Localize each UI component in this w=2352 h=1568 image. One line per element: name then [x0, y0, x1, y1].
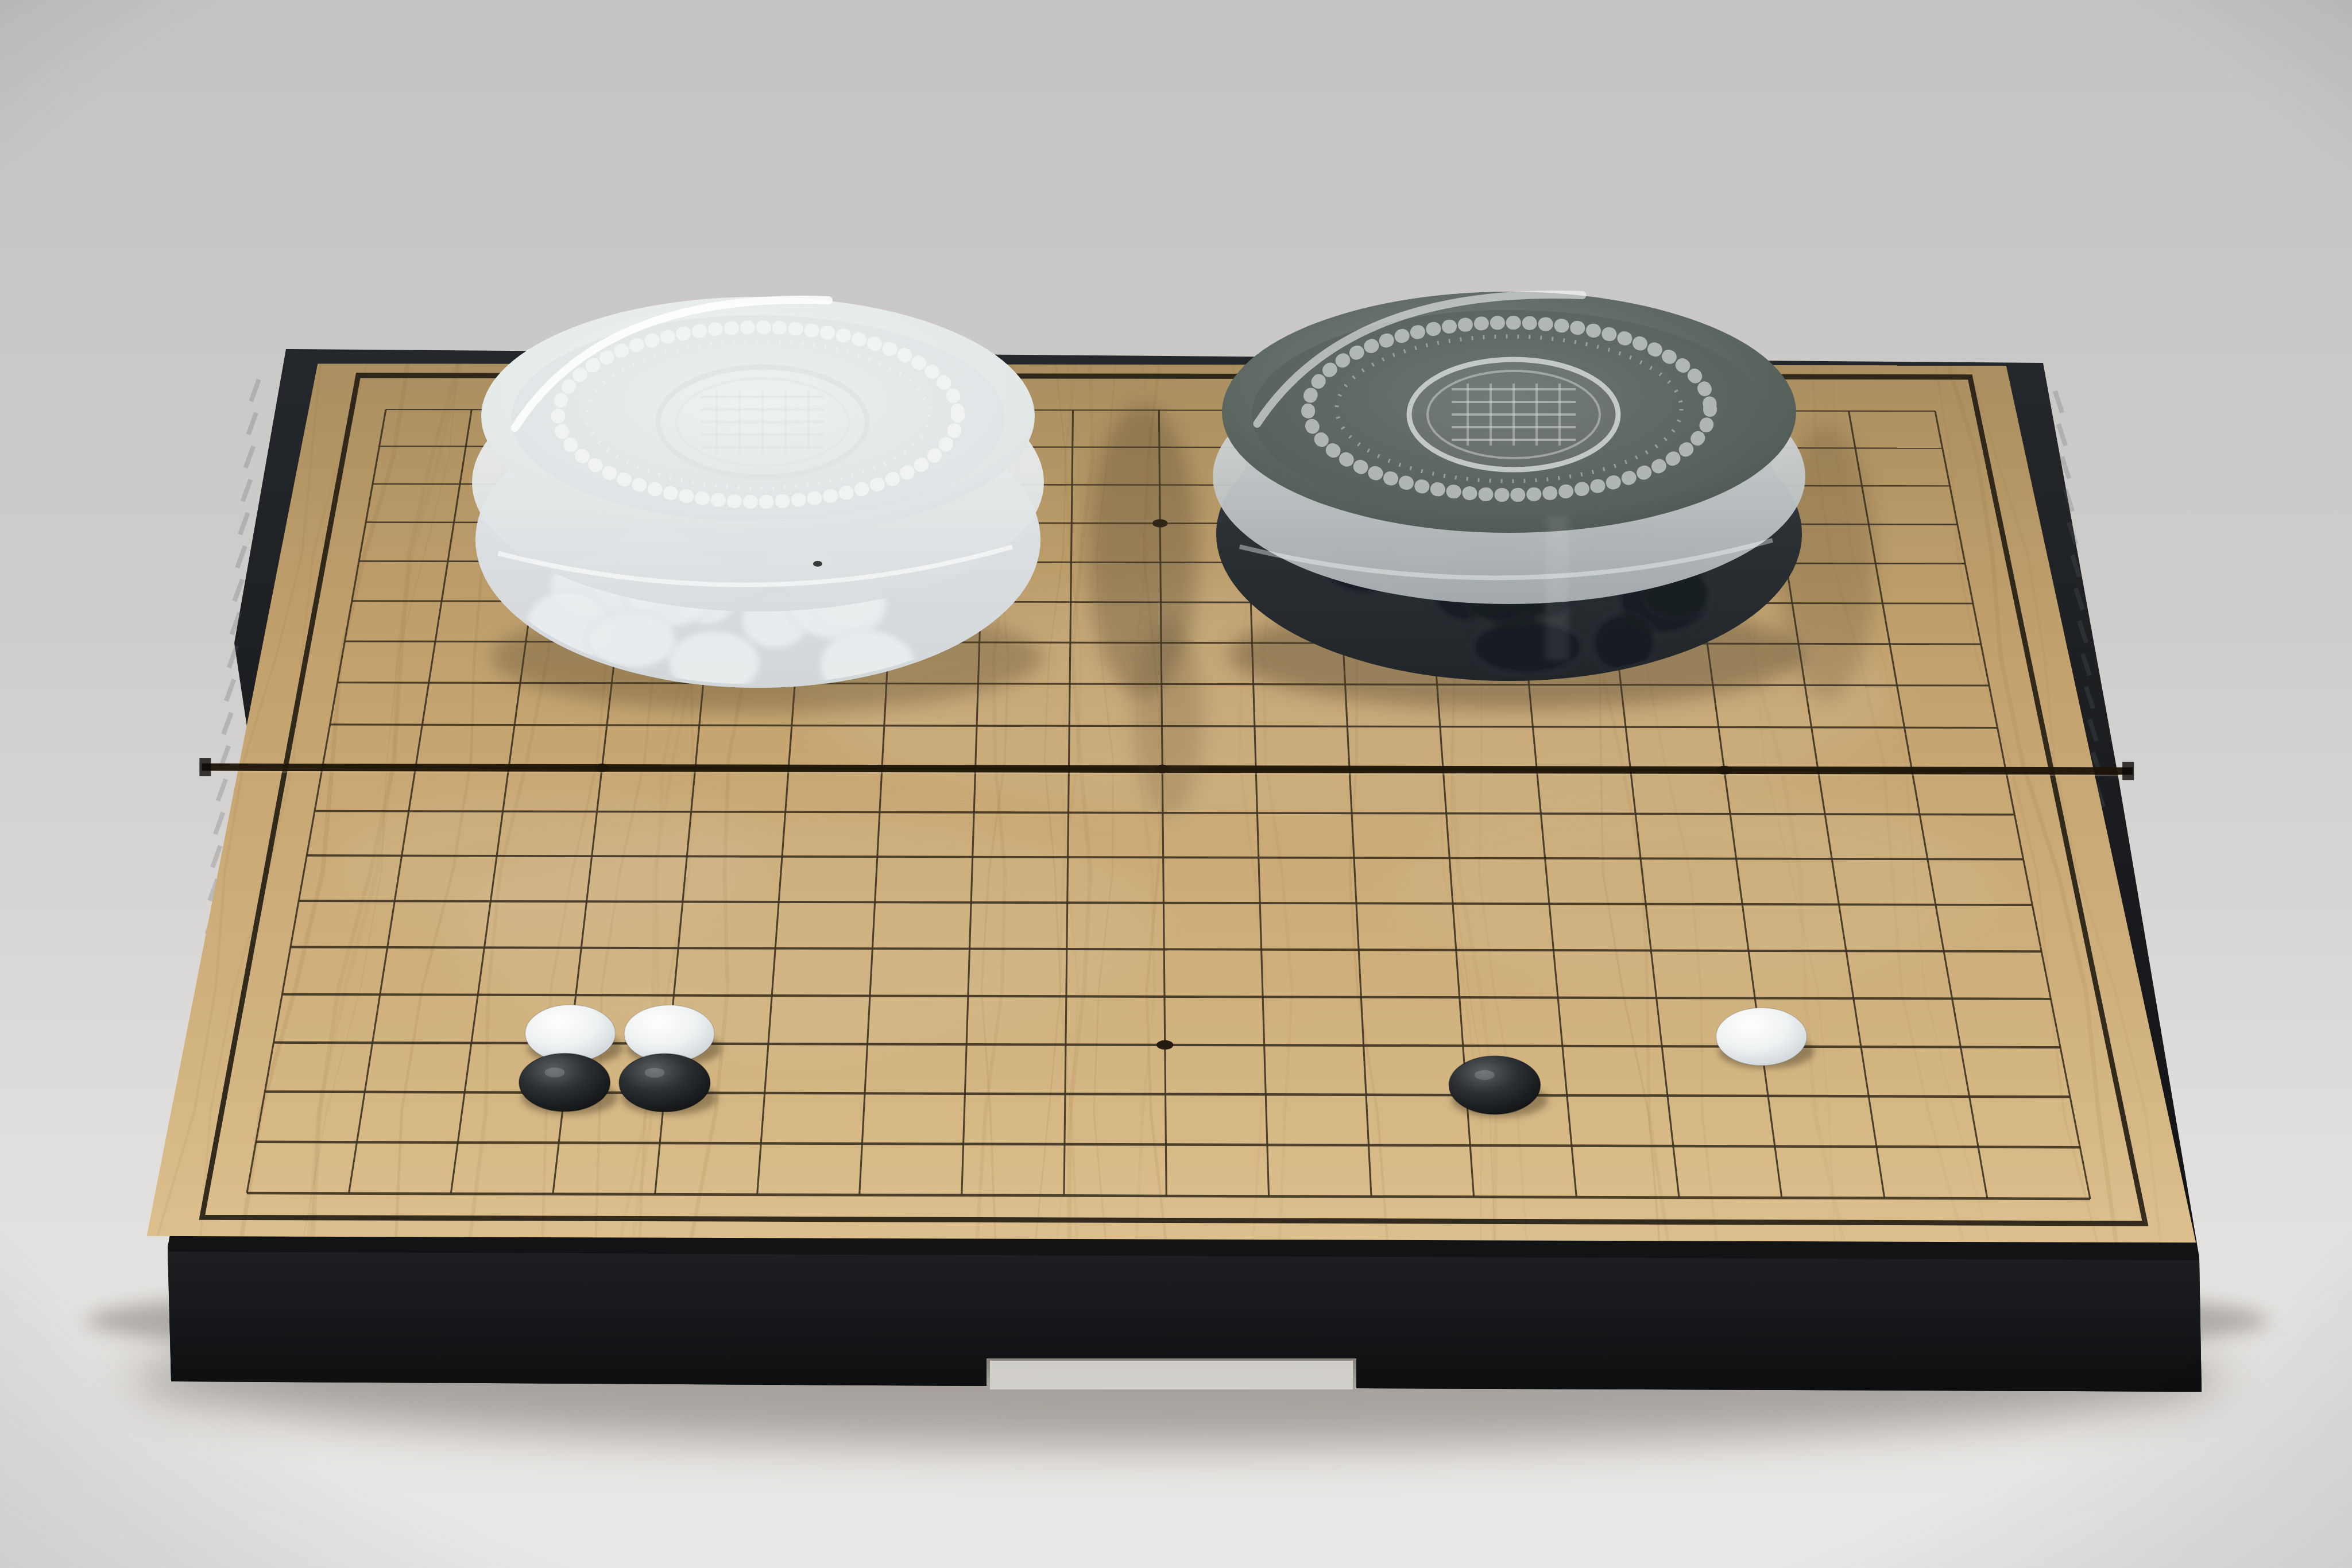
- go-board-photo: [0, 0, 2352, 1568]
- vignette: [0, 0, 2352, 1568]
- photo: [0, 0, 2352, 1568]
- photo-canvas: [0, 0, 2352, 1568]
